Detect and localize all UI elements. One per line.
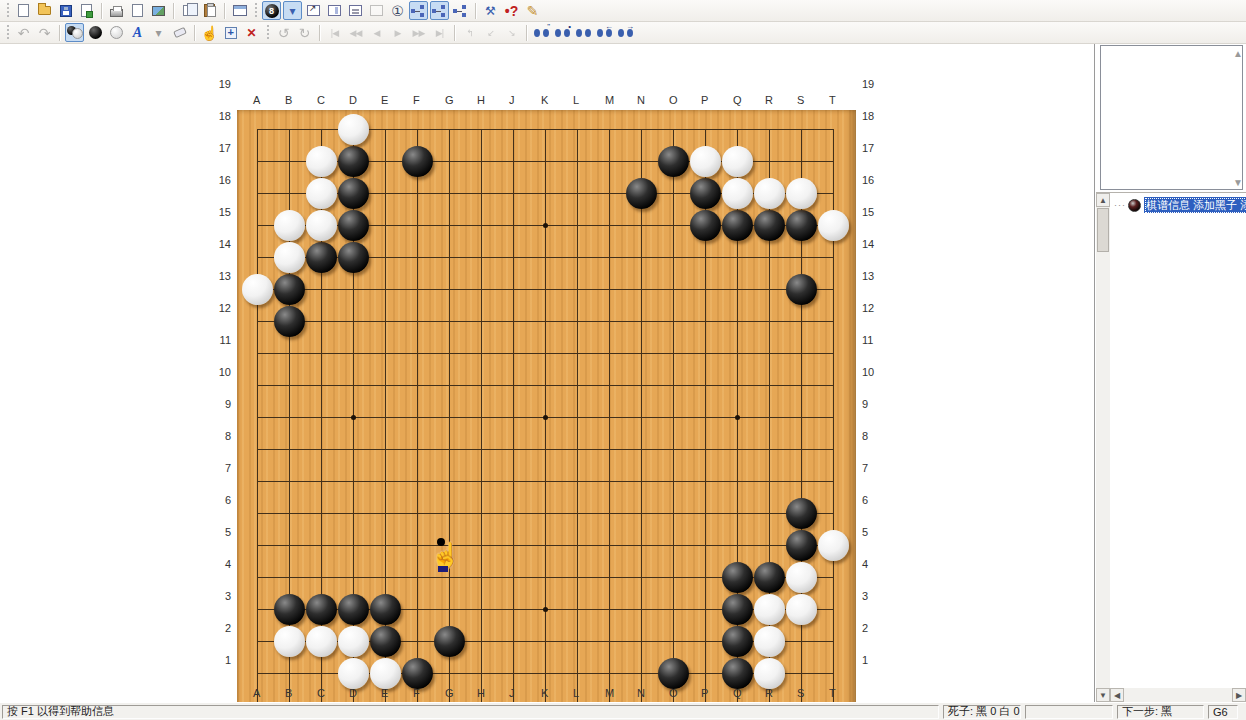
white-stone-R4[interactable] [754,594,785,625]
coord-right-10: 10 [862,366,882,378]
coord-right-6: 6 [862,494,882,506]
coord-left-15: 15 [211,206,231,218]
coord-left-14: 14 [211,238,231,250]
white-stone-P18[interactable] [690,146,721,177]
white-stone-Q17[interactable] [722,178,753,209]
redo-icon[interactable]: ↷ [35,23,54,42]
tree-node-stone-icon [1128,199,1141,212]
split-horizontal-icon[interactable] [346,1,365,20]
split-horizontal-icon [349,5,362,16]
tree-connector: ··· [1114,200,1126,210]
status-bar: 按 F1 以得到帮助信息 死子: 黑 0 白 0 下一步: 黑 G6 [0,702,1246,720]
print-icon[interactable] [107,1,126,20]
status-captures: 死子: 黑 0 白 0 [943,705,1021,719]
copy-icon[interactable] [179,1,198,20]
coord-right-15: 15 [862,206,882,218]
goto-window-icon [307,5,320,16]
place-white-icon [110,26,123,39]
coord-top-D: D [349,94,357,106]
black-stone-Q5[interactable] [722,562,753,593]
toolbar-grip [265,25,270,41]
print-icon [110,9,123,17]
find-prev-icon-mark: ← [605,23,613,31]
coord-left-18: 18 [211,110,231,122]
coord-bottom-L: L [573,687,579,699]
label-dropdown[interactable]: ▾ [149,23,168,42]
coord-right-12: 12 [862,302,882,314]
coord-right-11: 11 [862,334,882,346]
split-none-icon [370,5,383,16]
coord-bottom-F: F [413,687,420,699]
find-prev-icon[interactable]: ← [595,23,614,42]
print-preview-icon[interactable] [128,1,147,20]
export-image-icon[interactable] [149,1,168,20]
coord-left-6: 6 [211,494,231,506]
black-stone-E3[interactable] [370,626,401,657]
coord-left-16: 16 [211,174,231,186]
place-black-icon[interactable] [86,23,105,42]
place-black-icon [89,26,102,39]
coord-top-C: C [317,94,325,106]
black-stone-Q16[interactable] [722,210,753,241]
forward-10-icon[interactable]: ▶▶ [409,23,428,42]
black-stone-O18[interactable] [658,146,689,177]
eraser-icon [173,27,187,38]
white-stone-S4[interactable] [786,594,817,625]
coord-right-3: 3 [862,590,882,602]
tree-layout-icon[interactable] [409,1,428,20]
coord-left-1: 1 [211,654,231,666]
coord-left-9: 9 [211,398,231,410]
print-preview-icon [132,4,143,17]
tree-vertical-scrollbar[interactable] [1096,193,1110,702]
black-stone-E4[interactable] [370,594,401,625]
coord-bottom-O: O [669,687,678,699]
tree-compact-icon[interactable] [430,1,449,20]
coord-left-13: 13 [211,270,231,282]
save-as-icon[interactable] [77,1,96,20]
white-stone-S5[interactable] [786,562,817,593]
black-stone-S7[interactable] [786,498,817,529]
white-stone-B3[interactable] [274,626,305,657]
white-stone-D19[interactable] [338,114,369,145]
find-point-icon-mark: • [568,23,571,31]
tree-layout-icon [411,5,426,17]
black-stone-D17[interactable] [338,178,369,209]
black-stone-P16[interactable] [690,210,721,241]
coord-bottom-C: C [317,687,325,699]
paste-icon[interactable] [200,1,219,20]
game-tree-panel[interactable] [1096,193,1246,688]
coord-bottom-M: M [605,687,614,699]
status-next-move: 下一步: 黑 [1117,705,1204,719]
coord-right-5: 5 [862,526,882,538]
coord-bottom-R: R [765,687,773,699]
play-mode-icon[interactable] [65,23,84,42]
back-10-icon[interactable]: ◀◀ [346,23,365,42]
white-stone-C17[interactable] [306,178,337,209]
board-panel: ☝ AABBCCDDEEFFGGHHJJKKLLMMNNOOPPQQRRSSTT… [0,44,1095,702]
go-board[interactable] [237,110,856,720]
paste-icon [204,4,215,17]
black-stone-Q4[interactable] [722,594,753,625]
white-stone-R3[interactable] [754,626,785,657]
hand-tool-icon[interactable]: ☝ [200,23,219,42]
coord-top-Q: Q [733,94,742,106]
black-stone-S6[interactable] [786,530,817,561]
find-icon [576,28,591,38]
find-icon[interactable] [574,23,593,42]
white-stone-B15[interactable] [274,242,305,273]
comment-scroll-up-icon[interactable]: ▲ [1233,49,1243,59]
coord-right-7: 7 [862,462,882,474]
branch-up-icon[interactable]: ↰ [460,23,479,42]
game-info-icon[interactable] [230,1,249,20]
coord-top-M: M [605,94,614,106]
place-white-icon[interactable] [107,23,126,42]
new-file-icon [18,4,29,17]
black-stone-F18[interactable] [402,146,433,177]
black-stone-D4[interactable] [338,594,369,625]
help-icon[interactable]: •? [502,1,521,20]
game-info-icon [233,5,247,16]
app-window: 8▾①⚒•?✎ ↶↷A▾☝✕↺↻|◀◀◀◀▶▶▶▶|↰↙↘"•←→ ☝ AABB… [0,0,1246,720]
black-stone-O2[interactable] [658,658,689,689]
star-point [543,223,548,228]
black-stone-B14[interactable] [274,274,305,305]
open-file-icon [38,6,51,15]
tree-compact-icon [432,5,447,17]
toolbar-grip [5,25,10,41]
coord-left-2: 2 [211,622,231,634]
white-stone-T6[interactable] [818,530,849,561]
coord-top-O: O [669,94,678,106]
toolbar-separator [224,3,225,19]
tree-scroll-down-icon[interactable]: ▼ [1096,688,1110,702]
setup-position-icon [225,27,237,39]
toolbar-main: 8▾①⚒•?✎ [0,0,1246,22]
black-stone-Q2[interactable] [722,658,753,689]
coord-bottom-B: B [285,687,292,699]
coord-left-17: 17 [211,142,231,154]
coord-top-R: R [765,94,773,106]
coord-top-T: T [829,94,836,106]
black-stone-Q3[interactable] [722,626,753,657]
black-stone-G3[interactable] [434,626,465,657]
white-stone-R2[interactable] [754,658,785,689]
status-empty-field [1025,705,1113,719]
show-move-number-icon[interactable]: 8 [262,1,281,20]
coord-top-B: B [285,94,292,106]
coord-bottom-N: N [637,687,645,699]
black-stone-C15[interactable] [306,242,337,273]
coord-top-H: H [477,94,485,106]
status-help-text: 按 F1 以得到帮助信息 [2,705,939,719]
coord-bottom-T: T [829,687,836,699]
coord-top-G: G [445,94,454,106]
tree-scroll-left-icon[interactable]: ◀ [1110,688,1124,702]
tree-node-label[interactable]: 棋谱信息 添加黑子 添加白子 [1144,197,1246,213]
grid-line-vertical [609,129,610,706]
coord-left-3: 3 [211,590,231,602]
coord-top-E: E [381,94,388,106]
split-none-icon[interactable] [367,1,386,20]
coord-bottom-K: K [541,687,548,699]
coord-top-N: N [637,94,645,106]
find-next-icon[interactable]: → [616,23,635,42]
black-stone-F2[interactable] [402,658,433,689]
first-move-icon[interactable]: |◀ [325,23,344,42]
toolbar-separator [59,25,60,41]
coord-top-K: K [541,94,548,106]
save-icon[interactable] [56,1,75,20]
find-next-icon-mark: → [626,23,634,31]
comment-scroll-down-icon[interactable]: ▼ [1233,178,1243,188]
split-vertical-icon [328,5,341,16]
show-move-number-icon: 8 [265,4,279,18]
coord-left-19: 19 [211,78,231,90]
brush-icon[interactable]: ✎ [523,1,542,20]
black-stone-P17[interactable] [690,178,721,209]
star-point [351,415,356,420]
toolbar-edit: ↶↷A▾☝✕↺↻|◀◀◀◀▶▶▶▶|↰↙↘"•←→ [0,22,1246,44]
coord-right-17: 17 [862,142,882,154]
tree-scroll-up-icon[interactable]: ▲ [1096,193,1110,207]
black-stone-N17[interactable] [626,178,657,209]
undo-icon[interactable]: ↶ [14,23,33,42]
black-stone-S14[interactable] [786,274,817,305]
black-stone-D18[interactable] [338,146,369,177]
prev-variation-icon[interactable]: ↙ [481,23,500,42]
black-stone-C4[interactable] [306,594,337,625]
coord-right-9: 9 [862,398,882,410]
white-stone-T16[interactable] [818,210,849,241]
delete-node-icon[interactable]: ✕ [242,23,261,42]
find-move-number-icon-mark: " [547,23,550,31]
tree-horizontal-scrollbar[interactable] [1110,688,1246,702]
find-point-icon[interactable]: • [553,23,572,42]
grid-line-vertical [641,129,642,706]
toolbar-separator [319,25,320,41]
black-stone-R5[interactable] [754,562,785,593]
new-file-icon[interactable] [14,1,33,20]
black-stone-B13[interactable] [274,306,305,337]
grid-line-vertical [577,129,578,706]
coord-bottom-H: H [477,687,485,699]
white-stone-C3[interactable] [306,626,337,657]
export-image-icon [152,6,165,16]
coord-bottom-S: S [797,687,804,699]
toolbar-grip [253,3,258,19]
tree-root-node[interactable]: ··· 棋谱信息 添加黑子 添加白子 [1114,197,1246,213]
toolbar-separator [526,25,527,41]
coord-right-19: 19 [862,78,882,90]
coord-bottom-G: G [445,687,454,699]
grid-line-vertical [673,129,674,706]
coord-left-12: 12 [211,302,231,314]
coord-right-18: 18 [862,110,882,122]
next-game-icon[interactable]: ↻ [295,23,314,42]
toolbar-separator [475,3,476,19]
move-number-dropdown[interactable]: ▾ [283,1,302,20]
coord-right-4: 4 [862,558,882,570]
comment-box[interactable] [1100,45,1243,190]
setup-position-icon[interactable] [221,23,240,42]
star-point [543,415,548,420]
coord-bottom-P: P [701,687,708,699]
toolbar-grip [5,3,10,19]
coord-left-4: 4 [211,558,231,570]
last-move-icon[interactable]: ▶| [430,23,449,42]
options-icon[interactable]: ⚒ [481,1,500,20]
coord-left-8: 8 [211,430,231,442]
coord-right-13: 13 [862,270,882,282]
split-vertical-icon[interactable] [325,1,344,20]
coord-bottom-Q: Q [733,687,742,699]
black-stone-D15[interactable] [338,242,369,273]
coord-left-10: 10 [211,366,231,378]
coord-bottom-D: D [349,687,357,699]
coord-right-16: 16 [862,174,882,186]
tree-view-icon[interactable] [451,1,470,20]
star-point [543,607,548,612]
white-stone-D3[interactable] [338,626,369,657]
black-stone-B4[interactable] [274,594,305,625]
coord-top-S: S [797,94,804,106]
clock-icon[interactable]: ① [388,1,407,20]
coord-right-1: 1 [862,654,882,666]
coord-right-8: 8 [862,430,882,442]
white-stone-E2[interactable] [370,658,401,689]
save-icon [60,5,72,17]
next-variation-icon[interactable]: ↘ [502,23,521,42]
black-stone-S16[interactable] [786,210,817,241]
toolbar-separator [194,25,195,41]
coord-right-2: 2 [862,622,882,634]
grid-line-horizontal [257,545,834,546]
play-mode-icon [67,26,83,39]
tree-scroll-thumb[interactable] [1097,208,1109,252]
coord-top-L: L [573,94,579,106]
coord-top-P: P [701,94,708,106]
coord-top-F: F [413,94,420,106]
label-icon[interactable]: A [128,23,147,42]
star-point [735,415,740,420]
tree-scroll-right-icon[interactable]: ▶ [1232,688,1246,702]
white-stone-S17[interactable] [786,178,817,209]
toolbar-separator [454,25,455,41]
status-cursor-coordinate: G6 [1208,705,1238,719]
coord-left-7: 7 [211,462,231,474]
prev-game-icon[interactable]: ↺ [274,23,293,42]
grid-line-horizontal [257,481,834,482]
white-stone-B16[interactable] [274,210,305,241]
coord-bottom-J: J [509,687,515,699]
coord-bottom-A: A [253,687,260,699]
white-stone-D2[interactable] [338,658,369,689]
goto-window-icon[interactable] [304,1,323,20]
coord-top-A: A [253,94,260,106]
white-stone-R17[interactable] [754,178,785,209]
coord-left-11: 11 [211,334,231,346]
open-file-icon[interactable] [35,1,54,20]
white-stone-C18[interactable] [306,146,337,177]
black-stone-R16[interactable] [754,210,785,241]
white-stone-A14[interactable] [242,274,273,305]
back-icon[interactable]: ◀ [367,23,386,42]
eraser-icon[interactable] [170,23,189,42]
toolbar-separator [173,3,174,19]
coord-top-J: J [509,94,515,106]
toolbar-separator [101,3,102,19]
forward-icon[interactable]: ▶ [388,23,407,42]
tree-view-icon [453,5,468,17]
grid-line-horizontal [257,449,834,450]
coord-bottom-E: E [381,687,388,699]
grid-line-horizontal [257,513,834,514]
copy-icon [183,5,192,16]
coord-left-5: 5 [211,526,231,538]
white-stone-C16[interactable] [306,210,337,241]
white-stone-Q18[interactable] [722,146,753,177]
coord-right-14: 14 [862,238,882,250]
save-as-icon [81,4,92,17]
black-stone-D16[interactable] [338,210,369,241]
find-move-number-icon[interactable]: " [532,23,551,42]
